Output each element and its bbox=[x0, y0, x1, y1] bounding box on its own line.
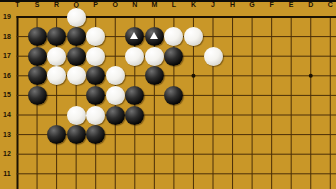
white-stone-Q14[interactable] bbox=[67, 106, 86, 125]
row-label-12: 12 bbox=[0, 150, 14, 158]
triangle-mark bbox=[150, 32, 158, 39]
row-label-14: 14 bbox=[0, 111, 14, 119]
go-board-screenshot: TSRQPONMLKJHGFEDC191817161514131211 bbox=[0, 0, 336, 189]
white-stone-K18[interactable] bbox=[184, 27, 203, 46]
black-stone-S18[interactable] bbox=[28, 27, 47, 46]
column-label-O: O bbox=[108, 1, 122, 9]
row-label-13: 13 bbox=[0, 131, 14, 139]
column-label-K: K bbox=[186, 1, 200, 9]
star-point bbox=[309, 74, 313, 78]
white-stone-R17[interactable] bbox=[47, 47, 66, 66]
black-stone-M16[interactable] bbox=[145, 66, 164, 85]
white-stone-P17[interactable] bbox=[86, 47, 105, 66]
white-stone-M17[interactable] bbox=[145, 47, 164, 66]
column-label-R: R bbox=[50, 1, 64, 9]
black-stone-M18[interactable] bbox=[145, 27, 164, 46]
column-label-S: S bbox=[30, 1, 44, 9]
white-stone-O15[interactable] bbox=[106, 86, 125, 105]
black-stone-Q13[interactable] bbox=[67, 125, 86, 144]
black-stone-L17[interactable] bbox=[164, 47, 183, 66]
black-stone-Q18[interactable] bbox=[67, 27, 86, 46]
row-label-17: 17 bbox=[0, 52, 14, 60]
star-point bbox=[191, 74, 195, 78]
column-label-G: G bbox=[245, 1, 259, 9]
black-stone-S16[interactable] bbox=[28, 66, 47, 85]
column-label-L: L bbox=[167, 1, 181, 9]
column-label-M: M bbox=[147, 1, 161, 9]
row-label-16: 16 bbox=[0, 72, 14, 80]
black-stone-N14[interactable] bbox=[125, 106, 144, 125]
column-label-H: H bbox=[226, 1, 240, 9]
white-stone-P14[interactable] bbox=[86, 106, 105, 125]
column-label-P: P bbox=[89, 1, 103, 9]
white-stone-Q16[interactable] bbox=[67, 66, 86, 85]
row-label-15: 15 bbox=[0, 91, 14, 99]
column-label-N: N bbox=[128, 1, 142, 9]
white-stone-Q19[interactable] bbox=[67, 8, 86, 27]
black-stone-O14[interactable] bbox=[106, 106, 125, 125]
white-stone-O16[interactable] bbox=[106, 66, 125, 85]
column-label-T: T bbox=[11, 1, 25, 9]
black-stone-Q17[interactable] bbox=[67, 47, 86, 66]
black-stone-S17[interactable] bbox=[28, 47, 47, 66]
column-label-J: J bbox=[206, 1, 220, 9]
column-label-E: E bbox=[284, 1, 298, 9]
row-label-11: 11 bbox=[0, 170, 14, 178]
column-label-F: F bbox=[265, 1, 279, 9]
black-stone-P15[interactable] bbox=[86, 86, 105, 105]
row-label-19: 19 bbox=[0, 13, 14, 21]
row-label-18: 18 bbox=[0, 33, 14, 41]
white-stone-J17[interactable] bbox=[204, 47, 223, 66]
white-stone-N17[interactable] bbox=[125, 47, 144, 66]
black-stone-S15[interactable] bbox=[28, 86, 47, 105]
column-label-D: D bbox=[304, 1, 318, 9]
triangle-mark bbox=[130, 32, 138, 39]
column-label-C: C bbox=[323, 1, 336, 9]
